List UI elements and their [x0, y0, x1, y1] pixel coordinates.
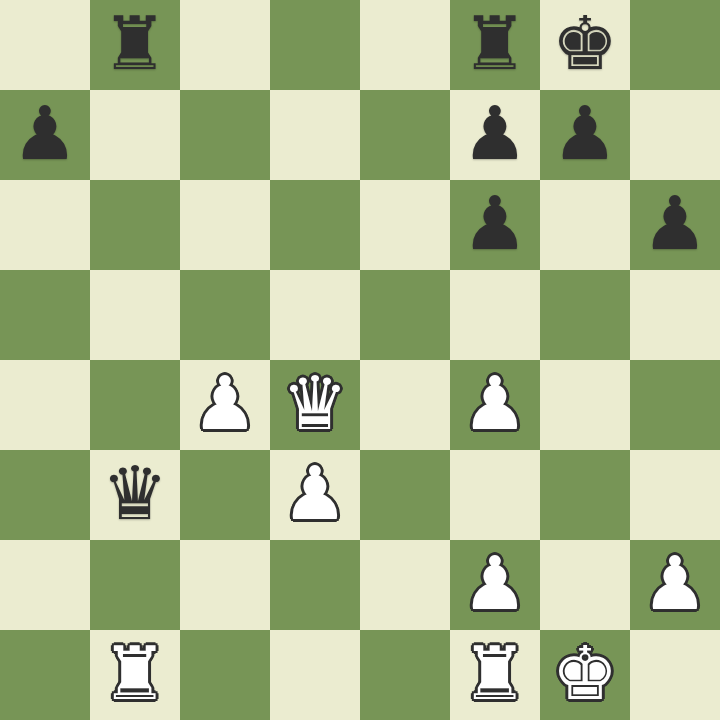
- piece-white-rook[interactable]: ♜: [102, 636, 168, 710]
- square-c6[interactable]: [180, 180, 270, 270]
- square-b3[interactable]: ♛: [90, 450, 180, 540]
- piece-black-king[interactable]: ♚: [552, 6, 618, 80]
- square-a6[interactable]: [0, 180, 90, 270]
- square-a2[interactable]: [0, 540, 90, 630]
- square-e4[interactable]: [360, 360, 450, 450]
- square-d8[interactable]: [270, 0, 360, 90]
- square-a3[interactable]: [0, 450, 90, 540]
- square-d4[interactable]: ♛: [270, 360, 360, 450]
- square-b6[interactable]: [90, 180, 180, 270]
- piece-white-pawn[interactable]: ♟: [192, 366, 258, 440]
- piece-white-pawn[interactable]: ♟: [642, 546, 708, 620]
- square-d7[interactable]: [270, 90, 360, 180]
- square-h2[interactable]: ♟: [630, 540, 720, 630]
- square-a8[interactable]: [0, 0, 90, 90]
- piece-white-pawn[interactable]: ♟: [282, 456, 348, 530]
- square-c1[interactable]: [180, 630, 270, 720]
- square-c5[interactable]: [180, 270, 270, 360]
- piece-black-pawn[interactable]: ♟: [642, 186, 708, 260]
- square-g2[interactable]: [540, 540, 630, 630]
- square-c8[interactable]: [180, 0, 270, 90]
- piece-black-pawn[interactable]: ♟: [12, 96, 78, 170]
- square-d1[interactable]: [270, 630, 360, 720]
- square-c4[interactable]: ♟: [180, 360, 270, 450]
- square-e5[interactable]: [360, 270, 450, 360]
- square-h7[interactable]: [630, 90, 720, 180]
- piece-white-rook[interactable]: ♜: [462, 636, 528, 710]
- square-d3[interactable]: ♟: [270, 450, 360, 540]
- square-f7[interactable]: ♟: [450, 90, 540, 180]
- square-b7[interactable]: [90, 90, 180, 180]
- square-e3[interactable]: [360, 450, 450, 540]
- piece-white-king[interactable]: ♚: [552, 636, 618, 710]
- square-h5[interactable]: [630, 270, 720, 360]
- square-f2[interactable]: ♟: [450, 540, 540, 630]
- square-d5[interactable]: [270, 270, 360, 360]
- square-g3[interactable]: [540, 450, 630, 540]
- square-d6[interactable]: [270, 180, 360, 270]
- square-b1[interactable]: ♜: [90, 630, 180, 720]
- square-h3[interactable]: [630, 450, 720, 540]
- piece-black-pawn[interactable]: ♟: [552, 96, 618, 170]
- square-h4[interactable]: [630, 360, 720, 450]
- square-f1[interactable]: ♜: [450, 630, 540, 720]
- square-e8[interactable]: [360, 0, 450, 90]
- square-e2[interactable]: [360, 540, 450, 630]
- square-b2[interactable]: [90, 540, 180, 630]
- square-e1[interactable]: [360, 630, 450, 720]
- piece-black-pawn[interactable]: ♟: [462, 96, 528, 170]
- piece-black-rook[interactable]: ♜: [462, 6, 528, 80]
- square-g1[interactable]: ♚: [540, 630, 630, 720]
- square-f8[interactable]: ♜: [450, 0, 540, 90]
- square-h1[interactable]: [630, 630, 720, 720]
- square-b8[interactable]: ♜: [90, 0, 180, 90]
- square-b4[interactable]: [90, 360, 180, 450]
- square-b5[interactable]: [90, 270, 180, 360]
- square-g5[interactable]: [540, 270, 630, 360]
- square-e7[interactable]: [360, 90, 450, 180]
- square-f4[interactable]: ♟: [450, 360, 540, 450]
- square-a5[interactable]: [0, 270, 90, 360]
- chess-board: ♜♜♚♟♟♟♟♟♟♛♟♛♟♟♟♜♜♚: [0, 0, 720, 720]
- piece-white-queen[interactable]: ♛: [282, 366, 348, 440]
- square-g8[interactable]: ♚: [540, 0, 630, 90]
- square-a7[interactable]: ♟: [0, 90, 90, 180]
- square-c3[interactable]: [180, 450, 270, 540]
- piece-black-queen[interactable]: ♛: [102, 456, 168, 530]
- piece-black-rook[interactable]: ♜: [102, 6, 168, 80]
- square-g4[interactable]: [540, 360, 630, 450]
- square-f5[interactable]: [450, 270, 540, 360]
- square-g6[interactable]: [540, 180, 630, 270]
- piece-black-pawn[interactable]: ♟: [462, 186, 528, 260]
- square-c2[interactable]: [180, 540, 270, 630]
- square-a4[interactable]: [0, 360, 90, 450]
- square-h6[interactable]: ♟: [630, 180, 720, 270]
- piece-white-pawn[interactable]: ♟: [462, 546, 528, 620]
- square-c7[interactable]: [180, 90, 270, 180]
- square-f6[interactable]: ♟: [450, 180, 540, 270]
- square-d2[interactable]: [270, 540, 360, 630]
- square-e6[interactable]: [360, 180, 450, 270]
- square-h8[interactable]: [630, 0, 720, 90]
- piece-white-pawn[interactable]: ♟: [462, 366, 528, 440]
- square-g7[interactable]: ♟: [540, 90, 630, 180]
- square-a1[interactable]: [0, 630, 90, 720]
- square-f3[interactable]: [450, 450, 540, 540]
